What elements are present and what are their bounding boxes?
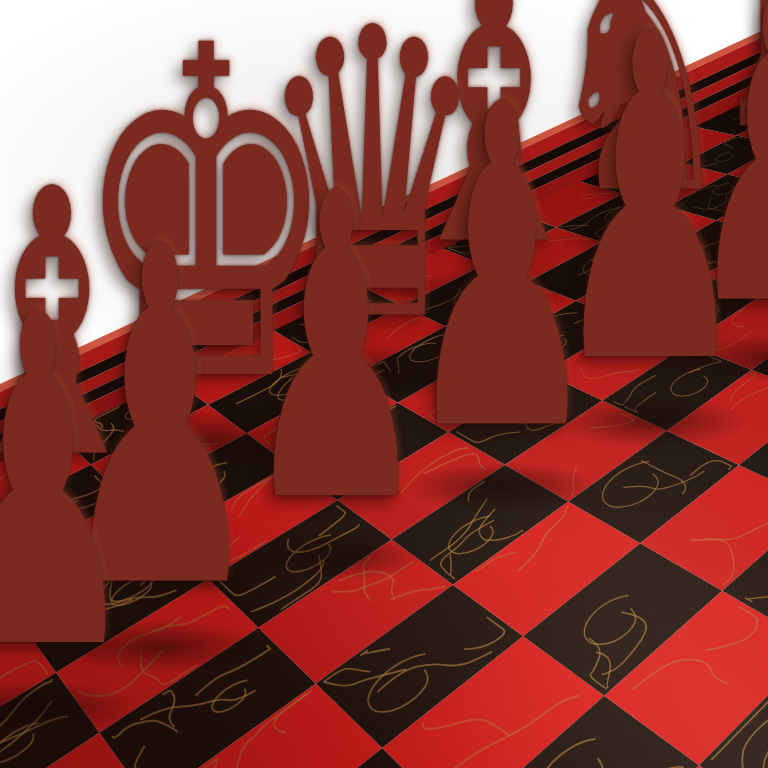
product-photo: ♝♚♛♝♞♜♟♟♟♟♟♟ xyxy=(0,0,768,768)
pawn-glyph: ♟ xyxy=(0,256,139,712)
pieces-layer: ♝♚♛♝♞♜♟♟♟♟♟♟ xyxy=(0,0,768,768)
piece-pawn-c2[interactable]: ♟ xyxy=(0,397,178,709)
